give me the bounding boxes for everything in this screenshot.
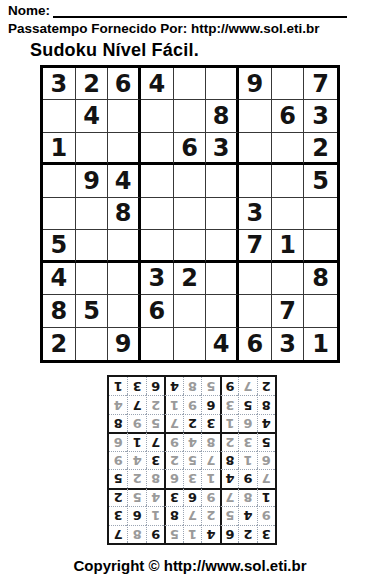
puzzle-cell-r7c9: 8 — [304, 263, 337, 295]
puzzle-cell-r5c2 — [76, 198, 109, 230]
solution-cell-r4c4: 1 — [201, 469, 219, 487]
puzzle-cell-r5c1 — [43, 198, 76, 230]
solution-cell-r1c2: 2 — [238, 525, 256, 543]
solution-cell-r6c8: 1 — [127, 432, 145, 450]
solution-cell-r8c4: 6 — [201, 395, 219, 413]
puzzle-cell-r3c3 — [108, 133, 141, 165]
puzzle-cell-r6c2 — [76, 230, 109, 262]
puzzle-cell-r4c4 — [141, 165, 174, 197]
solution-cell-r3c2: 8 — [238, 488, 256, 506]
solution-cell-r6c9: 6 — [109, 432, 127, 450]
solution-cell-r1c1: 3 — [257, 525, 275, 543]
solution-cell-r2c5: 7 — [183, 506, 201, 524]
puzzle-cell-r9c7: 6 — [239, 328, 272, 360]
solution-cell-r5c1: 6 — [257, 451, 275, 469]
solution-cell-r9c8: 3 — [127, 377, 145, 395]
solution-cell-r6c6: 9 — [164, 432, 182, 450]
solution-cell-r1c5: 1 — [183, 525, 201, 543]
solution-cell-r7c1: 4 — [257, 414, 275, 432]
puzzle-cell-r8c3 — [108, 295, 141, 327]
solution-cell-r4c9: 5 — [109, 469, 127, 487]
puzzle-cell-r8c4: 6 — [141, 295, 174, 327]
solution-cell-r6c5: 4 — [183, 432, 201, 450]
solution-cell-r7c9: 8 — [109, 414, 127, 432]
puzzle-cell-r8c5 — [174, 295, 207, 327]
solution-cell-r4c5: 3 — [183, 469, 201, 487]
puzzle-cell-r7c3 — [108, 263, 141, 295]
puzzle-cell-r1c1: 3 — [43, 68, 76, 100]
solution-cell-r2c8: 6 — [127, 506, 145, 524]
puzzle-cell-r1c9: 7 — [304, 68, 337, 100]
puzzle-cell-r8c9 — [304, 295, 337, 327]
puzzle-cell-r2c6: 8 — [206, 100, 239, 132]
solution-cell-r3c7: 4 — [146, 488, 164, 506]
puzzle-cell-r3c9: 2 — [304, 133, 337, 165]
solution-cell-r7c2: 6 — [238, 414, 256, 432]
puzzle-cell-r9c2 — [76, 328, 109, 360]
solution-cell-r9c4: 5 — [201, 377, 219, 395]
solution-cell-r7c8: 9 — [127, 414, 145, 432]
puzzle-cell-r5c6 — [206, 198, 239, 230]
puzzle-cell-r7c1: 4 — [43, 263, 76, 295]
puzzle-cell-r2c9: 3 — [304, 100, 337, 132]
solution-cell-r1c8: 8 — [127, 525, 145, 543]
solution-cell-r6c7: 7 — [146, 432, 164, 450]
solution-cell-r4c8: 2 — [127, 469, 145, 487]
puzzle-cell-r4c7 — [239, 165, 272, 197]
solution-cell-r7c4: 3 — [201, 414, 219, 432]
solution-cell-r9c6: 4 — [164, 377, 182, 395]
solution-cell-r2c7: 1 — [146, 506, 164, 524]
puzzle-cell-r1c6 — [206, 68, 239, 100]
puzzle-cell-r3c5: 6 — [174, 133, 207, 165]
puzzle-cell-r5c3: 8 — [108, 198, 141, 230]
puzzle-cell-r1c7: 9 — [239, 68, 272, 100]
solution-cell-r7c6: 7 — [164, 414, 182, 432]
puzzle-cell-r2c3 — [108, 100, 141, 132]
solution-cell-r3c8: 5 — [127, 488, 145, 506]
puzzle-cell-r5c4 — [141, 198, 174, 230]
name-row: Nome: — [8, 3, 347, 18]
puzzle-cell-r5c7: 3 — [239, 198, 272, 230]
solution-cell-r4c2: 9 — [238, 469, 256, 487]
solution-cell-r5c4: 7 — [201, 451, 219, 469]
puzzle-cell-r2c2: 4 — [76, 100, 109, 132]
solution-cell-r2c4: 2 — [201, 506, 219, 524]
puzzle-cell-r5c5 — [174, 198, 207, 230]
solution-cell-r3c3: 7 — [220, 488, 238, 506]
solution-cell-r7c5: 2 — [183, 414, 201, 432]
provided-by-text: Passatempo Fornecido Por: http://www.sol… — [8, 21, 320, 36]
puzzle-cell-r3c6: 3 — [206, 133, 239, 165]
solution-cell-r3c4: 9 — [201, 488, 219, 506]
puzzle-cell-r6c3 — [108, 230, 141, 262]
puzzle-cell-r2c4 — [141, 100, 174, 132]
solution-cell-r8c6: 1 — [164, 395, 182, 413]
solution-cell-r5c8: 4 — [127, 451, 145, 469]
solution-cell-r4c3: 4 — [220, 469, 238, 487]
puzzle-cell-r9c6: 4 — [206, 328, 239, 360]
puzzle-cell-r7c2 — [76, 263, 109, 295]
puzzle-cell-r7c6 — [206, 263, 239, 295]
puzzle-cell-r3c8 — [272, 133, 305, 165]
solution-cell-r8c3: 3 — [220, 395, 238, 413]
puzzle-cell-r9c9: 1 — [304, 328, 337, 360]
solution-cell-r8c8: 7 — [127, 395, 145, 413]
solution-cell-r1c9: 7 — [109, 525, 127, 543]
puzzle-cell-r1c3: 6 — [108, 68, 141, 100]
puzzle-cell-r2c5 — [174, 100, 207, 132]
solution-cell-r1c6: 5 — [164, 525, 182, 543]
solution-cell-r3c5: 6 — [183, 488, 201, 506]
puzzle-cell-r6c5 — [174, 230, 207, 262]
solution-cell-r4c6: 6 — [164, 469, 182, 487]
sudoku-solution-grid-rotated: 3264159879452781631879634527941368256187… — [107, 375, 277, 545]
puzzle-cell-r7c5: 2 — [174, 263, 207, 295]
name-underline — [53, 3, 347, 18]
puzzle-cell-r1c4: 4 — [141, 68, 174, 100]
solution-cell-r9c9: 1 — [109, 377, 127, 395]
solution-cell-r1c4: 4 — [201, 525, 219, 543]
puzzle-cell-r9c4 — [141, 328, 174, 360]
solution-cell-r2c9: 3 — [109, 506, 127, 524]
puzzle-cell-r4c2: 9 — [76, 165, 109, 197]
puzzle-cell-r2c1 — [43, 100, 76, 132]
puzzle-cell-r7c8 — [272, 263, 305, 295]
solution-cell-r2c3: 5 — [220, 506, 238, 524]
solution-cell-r6c2: 3 — [238, 432, 256, 450]
solution-cell-r1c7: 9 — [146, 525, 164, 543]
solution-cell-r6c4: 8 — [201, 432, 219, 450]
solution-cell-r1c3: 6 — [220, 525, 238, 543]
solution-cell-r5c2: 1 — [238, 451, 256, 469]
puzzle-cell-r4c9: 5 — [304, 165, 337, 197]
puzzle-cell-r8c1: 8 — [43, 295, 76, 327]
puzzle-cell-r4c8 — [272, 165, 305, 197]
solution-cell-r2c2: 4 — [238, 506, 256, 524]
puzzle-cell-r6c8: 1 — [272, 230, 305, 262]
solution-cell-r5c9: 9 — [109, 451, 127, 469]
puzzle-cell-r6c6 — [206, 230, 239, 262]
copyright-text: Copyright © http://www.sol.eti.br — [0, 557, 380, 574]
solution-cell-r9c2: 7 — [238, 377, 256, 395]
puzzle-cell-r5c8 — [272, 198, 305, 230]
puzzle-cell-r8c7 — [239, 295, 272, 327]
solution-cell-r3c9: 2 — [109, 488, 127, 506]
puzzle-cell-r6c7: 7 — [239, 230, 272, 262]
solution-cell-r5c3: 8 — [220, 451, 238, 469]
puzzle-cell-r3c4 — [141, 133, 174, 165]
puzzle-cell-r4c1 — [43, 165, 76, 197]
solution-cell-r2c1: 9 — [257, 506, 275, 524]
solution-cell-r9c3: 9 — [220, 377, 238, 395]
puzzle-cell-r1c2: 2 — [76, 68, 109, 100]
puzzle-cell-r7c4: 3 — [141, 263, 174, 295]
solution-cell-r7c7: 5 — [146, 414, 164, 432]
solution-cell-r8c5: 9 — [183, 395, 201, 413]
solution-cell-r3c6: 3 — [164, 488, 182, 506]
solution-cell-r5c7: 3 — [146, 451, 164, 469]
solution-cell-r9c5: 8 — [183, 377, 201, 395]
name-label: Nome: — [8, 3, 50, 18]
solution-cell-r5c5: 5 — [183, 451, 201, 469]
puzzle-cell-r9c5 — [174, 328, 207, 360]
puzzle-cell-r7c7 — [239, 263, 272, 295]
solution-cell-r8c1: 8 — [257, 395, 275, 413]
solution-cell-r3c1: 1 — [257, 488, 275, 506]
puzzle-cell-r9c8: 3 — [272, 328, 305, 360]
solution-cell-r9c7: 6 — [146, 377, 164, 395]
puzzle-cell-r8c2: 5 — [76, 295, 109, 327]
puzzle-cell-r1c5 — [174, 68, 207, 100]
puzzle-cell-r5c9 — [304, 198, 337, 230]
puzzle-cell-r9c3: 9 — [108, 328, 141, 360]
puzzle-cell-r3c7 — [239, 133, 272, 165]
puzzle-cell-r1c8 — [272, 68, 305, 100]
puzzle-cell-r6c9 — [304, 230, 337, 262]
solution-cell-r8c7: 2 — [146, 395, 164, 413]
puzzle-cell-r6c4 — [141, 230, 174, 262]
puzzle-cell-r6c1: 5 — [43, 230, 76, 262]
solution-cell-r4c7: 8 — [146, 469, 164, 487]
solution-cell-r2c6: 8 — [164, 506, 182, 524]
puzzle-cell-r2c7 — [239, 100, 272, 132]
solution-cell-r5c6: 2 — [164, 451, 182, 469]
solution-cell-r4c1: 7 — [257, 469, 275, 487]
sudoku-puzzle-grid: 326497486316329458357143288567294631 — [40, 65, 340, 363]
puzzle-cell-r3c1: 1 — [43, 133, 76, 165]
solution-cell-r6c3: 2 — [220, 432, 238, 450]
puzzle-cell-r8c8: 7 — [272, 295, 305, 327]
solution-cell-r8c9: 4 — [109, 395, 127, 413]
puzzle-cell-r4c5 — [174, 165, 207, 197]
solution-cell-r7c3: 1 — [220, 414, 238, 432]
puzzle-cell-r2c8: 6 — [272, 100, 305, 132]
puzzle-cell-r9c1: 2 — [43, 328, 76, 360]
puzzle-cell-r3c2 — [76, 133, 109, 165]
solution-cell-r9c1: 2 — [257, 377, 275, 395]
puzzle-cell-r8c6 — [206, 295, 239, 327]
puzzle-cell-r4c3: 4 — [108, 165, 141, 197]
solution-cell-r8c2: 5 — [238, 395, 256, 413]
page-title: Sudoku Nível Fácil. — [30, 40, 199, 61]
puzzle-cell-r4c6 — [206, 165, 239, 197]
solution-cell-r6c1: 5 — [257, 432, 275, 450]
